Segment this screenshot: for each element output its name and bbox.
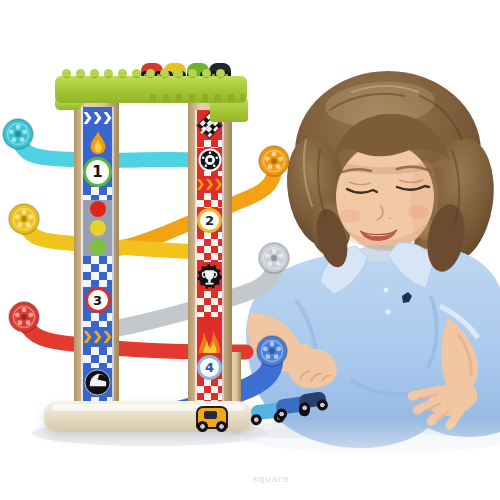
trophy-icon: [197, 262, 222, 291]
wheel-icon: [197, 421, 208, 432]
checker-band: [83, 313, 112, 327]
car-window: [204, 411, 217, 419]
tire-icon: [197, 148, 222, 171]
badge-2: 2: [197, 208, 222, 233]
checker-band: [83, 347, 112, 368]
badge-2-band: 2: [197, 208, 222, 232]
badge-1-band: 1: [83, 157, 112, 187]
disc-yellow: [9, 204, 39, 234]
badge-4-band: 4: [197, 355, 222, 379]
checker-band: [83, 187, 112, 200]
watermark: square: [236, 474, 306, 484]
disc-blue: [257, 336, 287, 366]
flame-icon: [83, 129, 112, 157]
traffic-light-icon: [83, 200, 112, 256]
floor-car-yellow: [196, 406, 228, 429]
helmet-icon: [83, 368, 112, 397]
platform-studs: [62, 69, 225, 78]
chevrons-white-icon: [83, 107, 112, 129]
checker-band: [83, 256, 112, 287]
checker-band: [197, 193, 222, 208]
disc-red: [9, 302, 39, 332]
disc-cyan: [3, 119, 33, 149]
checker-band: [197, 291, 222, 317]
chevrons-orange-icon: [197, 176, 222, 193]
disc-gray: [259, 243, 289, 273]
ramp-gray: [92, 258, 274, 331]
checker-band: [197, 232, 222, 262]
badge-3-band: 3: [83, 287, 112, 313]
photo-stage: 1 3: [0, 0, 500, 500]
pillar-left: 1 3: [81, 107, 114, 410]
badge-4: 4: [197, 355, 222, 380]
chevrons-gold-icon: [83, 327, 112, 347]
badge-3: 3: [85, 287, 111, 313]
disc-orange: [259, 146, 289, 176]
badge-1: 1: [83, 157, 112, 187]
wheel-icon: [216, 421, 227, 432]
platform-notches: [150, 94, 244, 102]
flames-icon: [197, 317, 222, 355]
floor-car-darkblue: [298, 391, 327, 409]
pillar-right: 2 4: [195, 110, 224, 408]
